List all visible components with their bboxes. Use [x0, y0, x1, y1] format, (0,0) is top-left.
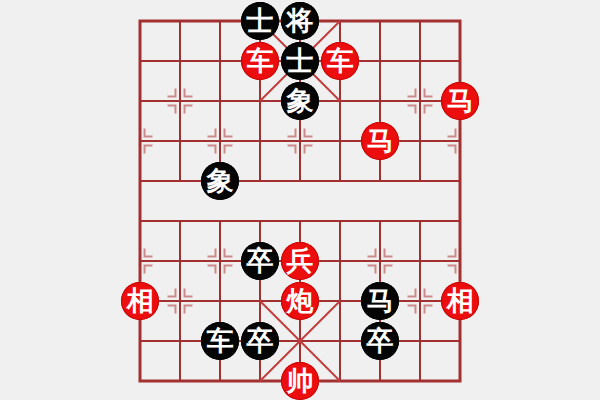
piece-black-general[interactable]: 将 — [281, 2, 319, 40]
piece-red-cannon[interactable]: 炮 — [281, 282, 319, 320]
piece-black-horse[interactable]: 马 — [361, 282, 399, 320]
piece-red-horse[interactable]: 马 — [361, 122, 399, 160]
piece-black-elephant[interactable]: 象 — [201, 162, 239, 200]
piece-black-chariot[interactable]: 车 — [201, 322, 239, 360]
piece-red-elephant[interactable]: 相 — [441, 282, 479, 320]
piece-black-advisor[interactable]: 士 — [281, 42, 319, 80]
piece-red-general[interactable]: 帅 — [281, 362, 319, 400]
piece-black-elephant[interactable]: 象 — [281, 82, 319, 120]
piece-red-horse[interactable]: 马 — [441, 82, 479, 120]
piece-black-soldier[interactable]: 卒 — [361, 322, 399, 360]
piece-red-soldier[interactable]: 兵 — [281, 242, 319, 280]
piece-black-soldier[interactable]: 卒 — [241, 242, 279, 280]
piece-red-elephant[interactable]: 相 — [121, 282, 159, 320]
piece-red-chariot[interactable]: 车 — [321, 42, 359, 80]
piece-black-advisor[interactable]: 士 — [241, 2, 279, 40]
piece-red-chariot[interactable]: 车 — [241, 42, 279, 80]
piece-black-soldier[interactable]: 卒 — [241, 322, 279, 360]
xiangqi-board: 士将车士车象马马象卒兵相炮马相车卒卒帅 — [0, 0, 600, 400]
piece-layer: 士将车士车象马马象卒兵相炮马相车卒卒帅 — [120, 1, 480, 400]
